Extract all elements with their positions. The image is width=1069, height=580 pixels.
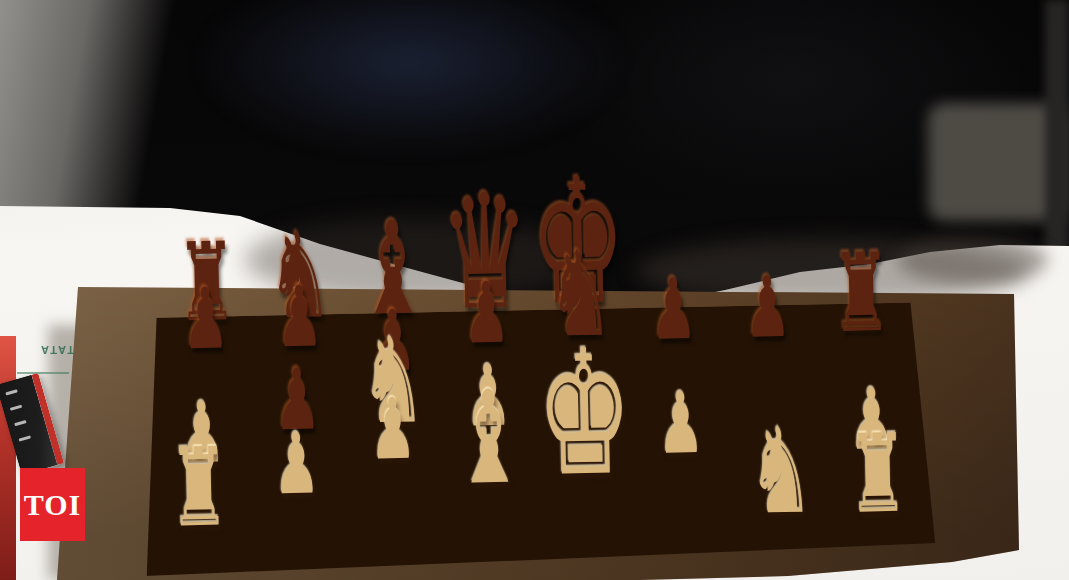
- piece-white-knight-g1: ♞: [746, 412, 814, 531]
- piece-black-pawn-d7: ♟: [462, 271, 510, 356]
- piece-white-pawn-b2: ♟: [273, 422, 321, 507]
- sponsor-paper-line: [17, 372, 69, 374]
- piece-white-pawn-f3: ♟: [656, 381, 704, 466]
- sponsor-paper-text: TATA: [18, 344, 74, 356]
- piece-white-pawn-c3: ♟: [369, 387, 417, 472]
- piece-black-pawn-f7: ♟: [650, 267, 698, 352]
- right-edge-shadow: [1045, 0, 1069, 255]
- piece-black-rook-h7: ♜: [830, 239, 892, 348]
- piece-black-pawn-g7: ♟: [743, 265, 791, 350]
- toi-watermark-text: TOI: [24, 488, 81, 522]
- piece-black-pawn-b7: ♟: [275, 274, 323, 359]
- chess-board: ♜♞♝♛♚♟♟♟♞♟♟♜♟♟♞♟♟♟♟♟♟♝♚♜♞♜: [57, 275, 1023, 580]
- wall-gray: [0, 0, 185, 225]
- piece-black-pawn-a7: ♟: [181, 276, 229, 361]
- red-edge-banner: [0, 336, 16, 580]
- toi-watermark-logo: TOI: [20, 468, 85, 541]
- piece-white-bishop-d2: ♝: [452, 373, 526, 502]
- piece-white-king-e2: ♚: [535, 327, 634, 501]
- piece-white-rook-h1: ♜: [846, 420, 908, 529]
- photo-stage: ♜♞♝♛♚♟♟♟♞♟♟♜♟♟♞♟♟♟♟♟♟♝♚♜♞♜ TATA TOI: [0, 0, 1069, 580]
- piece-white-rook-a1: ♜: [168, 434, 230, 543]
